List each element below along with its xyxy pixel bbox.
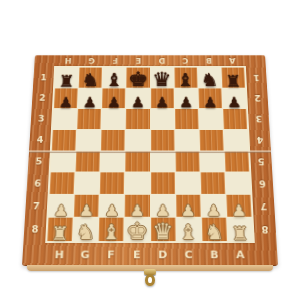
product-photo-wooden-chess-set: { "game": "chess", "scene": { "descripti… bbox=[0, 0, 300, 300]
square-d7[interactable]: ♟ bbox=[150, 195, 175, 217]
light-pawn[interactable]: ♟ bbox=[206, 203, 221, 219]
square-e1[interactable]: ♚ bbox=[127, 68, 150, 88]
square-c7[interactable]: ♟ bbox=[176, 195, 201, 217]
square-d6[interactable] bbox=[150, 173, 174, 194]
dark-pawn[interactable]: ♟ bbox=[83, 96, 97, 110]
dark-rook[interactable]: ♜ bbox=[225, 73, 242, 89]
rank-label: 8 bbox=[24, 218, 47, 241]
square-h1[interactable]: ♜ bbox=[55, 68, 79, 88]
square-h2[interactable]: ♟ bbox=[54, 88, 78, 108]
file-label: D bbox=[150, 55, 174, 66]
rank-label: 4 bbox=[29, 129, 51, 150]
square-g5[interactable] bbox=[76, 151, 101, 172]
light-pawn[interactable]: ♟ bbox=[104, 203, 119, 219]
brass-clasp bbox=[142, 269, 158, 288]
square-b3[interactable] bbox=[199, 109, 223, 129]
square-a2[interactable]: ♟ bbox=[222, 88, 246, 108]
square-d2[interactable]: ♟ bbox=[150, 88, 173, 108]
square-g3[interactable] bbox=[77, 109, 101, 129]
square-f2[interactable]: ♟ bbox=[102, 88, 125, 108]
square-d3[interactable] bbox=[150, 109, 173, 129]
file-label: G bbox=[79, 55, 103, 66]
square-e7[interactable]: ♟ bbox=[125, 195, 150, 217]
square-e6[interactable] bbox=[125, 173, 149, 194]
dark-knight[interactable]: ♞ bbox=[200, 72, 219, 90]
dark-rook[interactable]: ♜ bbox=[58, 73, 75, 89]
dark-pawn[interactable]: ♟ bbox=[58, 96, 73, 110]
file-label: G bbox=[72, 244, 99, 265]
dark-pawn[interactable]: ♟ bbox=[203, 96, 217, 110]
square-g6[interactable] bbox=[75, 173, 100, 194]
dark-bishop[interactable]: ♝ bbox=[177, 72, 195, 90]
square-h4[interactable] bbox=[52, 130, 77, 150]
rank-label: 5 bbox=[28, 151, 50, 173]
dark-queen[interactable]: ♛ bbox=[152, 70, 172, 89]
dark-knight[interactable]: ♞ bbox=[81, 72, 100, 90]
file-label: B bbox=[197, 55, 221, 66]
square-e4[interactable] bbox=[126, 130, 150, 150]
square-c4[interactable] bbox=[175, 130, 199, 150]
rank-label: 8 bbox=[254, 218, 277, 241]
rank-label: 7 bbox=[25, 195, 48, 218]
square-a3[interactable] bbox=[223, 109, 247, 129]
light-pawn[interactable]: ♟ bbox=[130, 203, 145, 219]
light-bishop[interactable]: ♝ bbox=[179, 222, 199, 243]
light-pawn[interactable]: ♟ bbox=[231, 203, 247, 219]
square-c5[interactable] bbox=[175, 151, 199, 172]
rank-label: 2 bbox=[247, 88, 268, 109]
file-label: B bbox=[201, 244, 228, 265]
square-b8[interactable]: ♞ bbox=[202, 218, 227, 241]
square-a4[interactable] bbox=[224, 130, 249, 150]
square-h8[interactable]: ♜ bbox=[47, 218, 73, 241]
square-g2[interactable]: ♟ bbox=[78, 88, 102, 108]
square-c1[interactable]: ♝ bbox=[174, 68, 197, 88]
rank-label: 4 bbox=[249, 129, 271, 150]
square-b6[interactable] bbox=[200, 173, 225, 194]
light-knight[interactable]: ♞ bbox=[76, 222, 96, 243]
dark-bishop[interactable]: ♝ bbox=[105, 72, 123, 90]
square-d4[interactable] bbox=[150, 130, 174, 150]
rank-label: 3 bbox=[30, 108, 52, 129]
file-label: D bbox=[150, 244, 176, 265]
file-label: A bbox=[220, 55, 244, 66]
rank-label: 7 bbox=[252, 195, 275, 218]
clasp-ring-icon bbox=[145, 274, 155, 286]
light-rook[interactable]: ♜ bbox=[51, 224, 69, 243]
light-queen[interactable]: ♛ bbox=[152, 220, 173, 243]
square-c2[interactable]: ♟ bbox=[174, 88, 197, 108]
square-h6[interactable] bbox=[50, 173, 75, 194]
square-h5[interactable] bbox=[51, 151, 76, 172]
square-d8[interactable]: ♛ bbox=[150, 218, 175, 241]
dark-pawn[interactable]: ♟ bbox=[155, 96, 169, 110]
file-label: E bbox=[124, 244, 150, 265]
square-a7[interactable]: ♟ bbox=[226, 195, 251, 217]
square-f7[interactable]: ♟ bbox=[99, 195, 124, 217]
file-label: C bbox=[176, 244, 202, 265]
rank-label: 3 bbox=[248, 108, 270, 129]
square-f4[interactable] bbox=[101, 130, 125, 150]
dark-pawn[interactable]: ♟ bbox=[131, 96, 145, 110]
square-d5[interactable] bbox=[150, 151, 174, 172]
file-label: E bbox=[126, 55, 150, 66]
light-king[interactable]: ♚ bbox=[126, 220, 148, 243]
light-pawn[interactable]: ♟ bbox=[155, 203, 170, 219]
file-label: H bbox=[46, 244, 73, 265]
square-e8[interactable]: ♚ bbox=[125, 218, 150, 241]
square-a5[interactable] bbox=[225, 151, 250, 172]
dark-king[interactable]: ♚ bbox=[128, 69, 149, 89]
rank-label: 6 bbox=[26, 172, 48, 194]
square-h7[interactable]: ♟ bbox=[48, 195, 73, 217]
square-g1[interactable]: ♞ bbox=[79, 68, 102, 88]
square-d1[interactable]: ♛ bbox=[150, 68, 173, 88]
square-f5[interactable] bbox=[101, 151, 125, 172]
square-a1[interactable]: ♜ bbox=[221, 68, 245, 88]
square-a8[interactable]: ♜ bbox=[227, 218, 253, 241]
file-labels-bottom: HGFEDCBA bbox=[46, 244, 254, 265]
square-b2[interactable]: ♟ bbox=[198, 88, 222, 108]
square-c6[interactable] bbox=[175, 173, 200, 194]
fold-hinge-line bbox=[29, 151, 271, 154]
light-bishop[interactable]: ♝ bbox=[101, 222, 121, 243]
square-f6[interactable] bbox=[100, 173, 125, 194]
light-pawn[interactable]: ♟ bbox=[79, 203, 94, 219]
square-f3[interactable] bbox=[102, 109, 126, 129]
rank-label: 2 bbox=[32, 88, 53, 109]
square-f8[interactable]: ♝ bbox=[99, 218, 124, 241]
dark-pawn[interactable]: ♟ bbox=[179, 96, 193, 110]
square-c3[interactable] bbox=[175, 109, 199, 129]
rank-label: 6 bbox=[251, 172, 273, 194]
square-b7[interactable]: ♟ bbox=[201, 195, 226, 217]
square-b4[interactable] bbox=[199, 130, 223, 150]
square-g4[interactable] bbox=[76, 130, 100, 150]
file-label: F bbox=[98, 244, 124, 265]
rank-label: 5 bbox=[250, 151, 272, 173]
rank-label: 1 bbox=[33, 68, 54, 88]
square-a6[interactable] bbox=[225, 173, 250, 194]
square-e3[interactable] bbox=[126, 109, 149, 129]
square-c8[interactable]: ♝ bbox=[176, 218, 201, 241]
dark-pawn[interactable]: ♟ bbox=[227, 96, 242, 110]
dark-pawn[interactable]: ♟ bbox=[107, 96, 121, 110]
square-h3[interactable] bbox=[53, 109, 77, 129]
rank-label: 1 bbox=[246, 68, 267, 88]
square-e2[interactable]: ♟ bbox=[126, 88, 149, 108]
light-pawn[interactable]: ♟ bbox=[53, 203, 69, 219]
file-labels-top: HGFEDCBA bbox=[56, 55, 244, 66]
file-label: C bbox=[173, 55, 197, 66]
light-pawn[interactable]: ♟ bbox=[181, 203, 196, 219]
file-label: H bbox=[56, 55, 80, 66]
chess-board: HGFEDCBA 12345678 12345678 HGFEDCBA ♜♞♝♚… bbox=[22, 55, 278, 266]
square-g7[interactable]: ♟ bbox=[74, 195, 99, 217]
square-b5[interactable] bbox=[200, 151, 225, 172]
light-knight[interactable]: ♞ bbox=[204, 222, 224, 243]
light-rook[interactable]: ♜ bbox=[231, 224, 249, 243]
square-b1[interactable]: ♞ bbox=[198, 68, 221, 88]
square-e5[interactable] bbox=[126, 151, 150, 172]
square-g8[interactable]: ♞ bbox=[73, 218, 98, 241]
board-grid: ♜♞♝♚♛♝♞♜♟♟♟♟♟♟♟♟♟♟♟♟♟♟♟♟♜♞♝♚♛♝♞♜ bbox=[45, 66, 255, 243]
square-f1[interactable]: ♝ bbox=[103, 68, 126, 88]
file-label: A bbox=[227, 244, 254, 265]
file-label: F bbox=[103, 55, 127, 66]
